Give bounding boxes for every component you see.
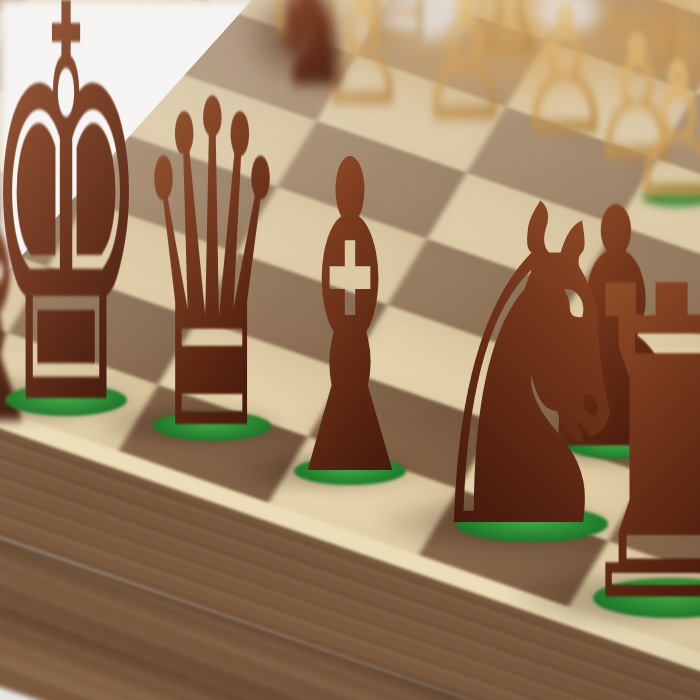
black-bishop-glyph: ♝ <box>269 106 431 536</box>
black-rook-glyph: ♜ <box>566 232 700 662</box>
chess-set-photo: ♔ ♕ ♗ ♘ ♖ ♙ ♙ ♙ ♙ ♙ ♞ ♝ ♚ ♛ ♝ ♟ ♞ ♜ <box>0 0 700 700</box>
black-queen-glyph: ♛ <box>135 43 288 493</box>
